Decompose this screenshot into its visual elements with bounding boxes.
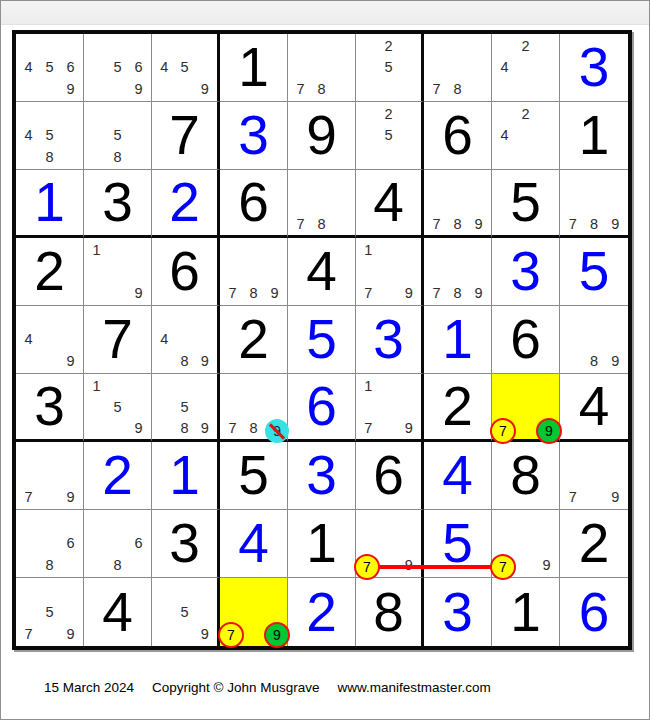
candidate-4: 4 [18,125,39,147]
cell-r2c1[interactable]: 458 [16,102,84,170]
candidate-grid: 4569 [18,35,81,100]
given-digit: 1 [560,102,628,169]
chain-link-line [367,565,503,569]
solved-digit: 2 [152,170,217,235]
candidate-grid: 569 [86,35,149,100]
solved-digit: 6 [288,374,355,439]
cell-r3c2[interactable]: 3 [84,170,152,238]
cell-r8c3[interactable]: 3 [152,510,220,578]
given-digit: 6 [220,170,287,235]
puzzle-page: 4569569459178257824345858739256241132678… [0,0,650,720]
candidate-5: 5 [174,57,194,79]
solved-digit: 4 [424,442,491,509]
candidate-grid: 78 [290,171,353,234]
solved-digit: 1 [16,170,83,235]
candidate-8: 8 [39,554,60,576]
cell-r3c4[interactable]: 6 [220,170,288,238]
given-digit: 1 [220,34,287,101]
candidate-9: 9 [60,623,81,645]
given-digit: 4 [288,238,355,305]
cell-r4c3[interactable]: 6 [152,238,220,306]
solved-digit: 3 [424,578,491,646]
candidate-grid: 579 [18,579,81,645]
footer: 15 March 2024 Copyright © John Musgrave … [44,680,491,695]
candidate-7: 7 [222,417,243,438]
candidate-9: 9 [195,623,215,645]
candidate-grid: 58 [86,103,149,168]
candidate-9: 9 [60,350,81,372]
cell-r4c2[interactable]: 19 [84,238,152,306]
solved-digit: 3 [288,442,355,509]
candidate-7: 7 [358,282,378,304]
given-digit: 2 [220,306,287,373]
cell-r2c3[interactable]: 7 [152,102,220,170]
candidate-4: 4 [494,57,515,79]
given-digit: 2 [560,510,628,577]
solved-digit: 4 [220,510,287,577]
given-digit: 2 [16,238,83,305]
cell-r3c5[interactable]: 78 [288,170,356,238]
cell-r1c1[interactable]: 4569 [16,34,84,102]
solved-digit: 1 [152,442,217,509]
candidate-6: 6 [128,57,149,79]
candidate-1: 1 [358,375,378,396]
candidate-9: 9 [468,282,489,304]
candidate-8: 8 [174,417,194,438]
candidate-grid: 179 [358,239,419,304]
candidate-5: 5 [107,396,128,417]
candidate-8: 8 [174,350,194,372]
cell-r3c7[interactable]: 789 [424,170,492,238]
cell-r9c7[interactable]: 3 [424,578,492,646]
cell-r9c8[interactable]: 1 [492,578,560,646]
cell-r1c2[interactable]: 569 [84,34,152,102]
given-digit: 3 [152,510,217,577]
solved-digit: 6 [560,578,628,646]
given-digit: 4 [84,578,151,646]
candidate-8: 8 [447,78,468,100]
candidate-grid: 789 [426,239,489,304]
candidate-6: 6 [60,57,81,79]
candidate-grid: 78 [426,35,489,100]
cell-r5c5[interactable]: 5 [288,306,356,374]
candidate-7: 7 [18,486,39,508]
candidate-2: 2 [378,103,398,125]
cell-r2c5[interactable]: 9 [288,102,356,170]
candidate-9: 9 [195,417,215,438]
candidate-4: 4 [18,57,39,79]
candidate-8: 8 [107,554,128,576]
candidate-circle-yellow: 7 [490,554,516,580]
candidate-grid: 79 [562,443,626,508]
cell-r3c8[interactable]: 5 [492,170,560,238]
candidate-grid: 68 [86,511,149,576]
cell-r4c6[interactable]: 179 [356,238,424,306]
cell-r4c9[interactable]: 5 [560,238,628,306]
cell-r9c2[interactable]: 4 [84,578,152,646]
given-digit: 6 [492,306,559,373]
candidate-grid: 49 [18,307,81,372]
candidate-2: 2 [515,103,536,125]
cell-r1c6[interactable]: 25 [356,34,424,102]
given-digit: 6 [356,442,421,509]
solved-digit: 3 [560,34,628,101]
candidate-circle-green: 9 [536,418,562,444]
cell-r7c1[interactable]: 79 [16,442,84,510]
candidate-circle-yellow: 7 [490,418,516,444]
cell-r4c4[interactable]: 789 [220,238,288,306]
solved-digit: 5 [560,238,628,305]
candidate-7: 7 [358,417,378,438]
cell-r9c5[interactable]: 2 [288,578,356,646]
candidate-4: 4 [18,329,39,351]
candidate-8: 8 [447,282,468,304]
cell-r7c7[interactable]: 4 [424,442,492,510]
candidate-9: 9 [60,78,81,100]
cell-r1c4[interactable]: 1 [220,34,288,102]
candidate-5: 5 [107,125,128,147]
cell-r5c1[interactable]: 49 [16,306,84,374]
candidate-grid: 25 [358,103,419,168]
given-digit: 3 [16,374,83,439]
cell-r9c9[interactable]: 6 [560,578,628,646]
cell-r7c2[interactable]: 2 [84,442,152,510]
elimination-slash-icon [269,423,285,439]
candidate-grid: 489 [154,307,215,372]
given-digit: 8 [356,578,421,646]
candidate-9: 9 [399,417,419,438]
given-digit: 4 [560,374,628,439]
cell-r2c9[interactable]: 1 [560,102,628,170]
footer-website: www.manifestmaster.com [338,680,491,695]
solved-digit: 3 [356,306,421,373]
given-digit: 2 [424,374,491,439]
cell-r3c1[interactable]: 1 [16,170,84,238]
cell-r4c5[interactable]: 4 [288,238,356,306]
cell-r7c9[interactable]: 79 [560,442,628,510]
candidate-5: 5 [39,57,60,79]
candidate-4: 4 [154,329,174,351]
candidate-9: 9 [605,486,626,508]
candidate-grid: 458 [18,103,81,168]
cell-r5c2[interactable]: 7 [84,306,152,374]
given-digit: 6 [152,238,217,305]
given-digit: 1 [288,510,355,577]
given-digit: 1 [492,578,559,646]
candidate-1: 1 [86,375,107,396]
cell-r7c3[interactable]: 1 [152,442,220,510]
candidate-circle-green: 9 [264,622,290,648]
cell-r1c7[interactable]: 78 [424,34,492,102]
solved-digit: 3 [220,102,287,169]
given-digit: 7 [152,102,217,169]
candidate-2: 2 [378,35,398,57]
candidate-1: 1 [86,239,107,261]
given-digit: 3 [84,170,151,235]
cell-r5c3[interactable]: 489 [152,306,220,374]
cell-r9c3[interactable]: 59 [152,578,220,646]
candidate-9: 9 [195,350,215,372]
candidate-9: 9 [128,417,149,438]
window-toolbar [1,1,649,25]
candidate-grid: 19 [86,239,149,304]
candidate-grid: 24 [494,35,557,100]
candidate-5: 5 [39,125,60,147]
candidate-8: 8 [107,146,128,168]
candidate-8: 8 [311,213,332,234]
cell-r6c6[interactable]: 179 [356,374,424,442]
cell-r8c9[interactable]: 2 [560,510,628,578]
candidate-6: 6 [60,533,81,555]
candidate-9: 9 [128,282,149,304]
cell-r5c4[interactable]: 2 [220,306,288,374]
candidate-7: 7 [290,78,311,100]
candidate-1: 1 [358,239,378,261]
given-digit: 6 [424,102,491,169]
candidate-grid: 789 [222,239,285,304]
cell-r7c6[interactable]: 6 [356,442,424,510]
cell-r5c9[interactable]: 89 [560,306,628,374]
candidate-9: 9 [536,554,557,576]
candidate-9: 9 [60,486,81,508]
candidate-8: 8 [311,78,332,100]
cell-r2c2[interactable]: 58 [84,102,152,170]
candidate-grid: 459 [154,35,215,100]
cell-r2c7[interactable]: 6 [424,102,492,170]
candidate-8: 8 [447,213,468,234]
cell-r3c6[interactable]: 4 [356,170,424,238]
solved-digit: 1 [424,306,491,373]
cell-r6c5[interactable]: 6 [288,374,356,442]
cell-r2c4[interactable]: 3 [220,102,288,170]
cell-r7c4[interactable]: 5 [220,442,288,510]
cell-r4c8[interactable]: 3 [492,238,560,306]
candidate-9: 9 [468,213,489,234]
candidate-6: 6 [128,533,149,555]
candidate-7: 7 [562,486,583,508]
candidate-5: 5 [39,601,60,623]
candidate-8: 8 [39,146,60,168]
candidate-4: 4 [494,125,515,147]
cell-r5c7[interactable]: 1 [424,306,492,374]
solved-digit: 2 [84,442,151,509]
cell-r8c2[interactable]: 68 [84,510,152,578]
cell-r6c7[interactable]: 2 [424,374,492,442]
footer-copyright: Copyright © John Musgrave [152,680,320,695]
candidate-grid: 789 [562,171,626,234]
candidate-7: 7 [426,78,447,100]
cell-r3c3[interactable]: 2 [152,170,220,238]
candidate-9: 9 [195,78,215,100]
solved-digit: 3 [492,238,559,305]
solved-digit: 5 [288,306,355,373]
candidate-8: 8 [243,417,264,438]
candidate-circle-yellow: 7 [218,622,244,648]
cell-r4c1[interactable]: 2 [16,238,84,306]
candidate-grid: 159 [86,375,149,438]
cell-r9c1[interactable]: 579 [16,578,84,646]
candidate-grid: 25 [358,35,419,100]
cell-r1c5[interactable]: 78 [288,34,356,102]
candidate-5: 5 [107,57,128,79]
candidate-7: 7 [562,213,583,234]
cell-r7c5[interactable]: 3 [288,442,356,510]
cell-r2c6[interactable]: 25 [356,102,424,170]
given-digit: 5 [492,170,559,235]
candidate-5: 5 [174,396,194,417]
sudoku-board: 4569569459178257824345858739256241132678… [12,30,632,650]
cell-r8c5[interactable]: 1 [288,510,356,578]
candidate-8: 8 [243,282,264,304]
given-digit: 8 [492,442,559,509]
given-digit: 5 [220,442,287,509]
candidate-grid: 89 [562,307,626,372]
candidate-grid: 59 [154,579,215,645]
candidate-2: 2 [515,35,536,57]
candidate-5: 5 [378,57,398,79]
candidate-8: 8 [583,350,604,372]
candidate-9: 9 [128,78,149,100]
given-digit: 4 [356,170,421,235]
cell-r9c6[interactable]: 8 [356,578,424,646]
cell-r7c8[interactable]: 8 [492,442,560,510]
candidate-7: 7 [290,213,311,234]
cell-r6c1[interactable]: 3 [16,374,84,442]
given-digit: 7 [84,306,151,373]
candidate-8: 8 [583,213,604,234]
candidate-grid: 78 [290,35,353,100]
cell-r6c3[interactable]: 589 [152,374,220,442]
candidate-9: 9 [264,282,285,304]
elimination-mark: 9 [265,419,289,443]
cell-r1c9[interactable]: 3 [560,34,628,102]
candidate-grid: 589 [154,375,215,438]
cell-r1c3[interactable]: 459 [152,34,220,102]
candidate-9: 9 [605,213,626,234]
candidate-grid: 789 [426,171,489,234]
cell-r8c4[interactable]: 4 [220,510,288,578]
candidate-9: 9 [399,282,419,304]
cell-r3c9[interactable]: 789 [560,170,628,238]
candidate-5: 5 [378,125,398,147]
candidate-7: 7 [426,213,447,234]
cell-r6c9[interactable]: 4 [560,374,628,442]
candidate-grid: 24 [494,103,557,168]
candidate-5: 5 [174,601,194,623]
candidate-9: 9 [605,350,626,372]
candidate-grid: 68 [18,511,81,576]
cell-r4c7[interactable]: 789 [424,238,492,306]
cell-r1c8[interactable]: 24 [492,34,560,102]
cell-r5c8[interactable]: 6 [492,306,560,374]
candidate-grid: 179 [358,375,419,438]
footer-date: 15 March 2024 [44,680,134,695]
cell-r6c2[interactable]: 159 [84,374,152,442]
candidate-grid: 79 [18,443,81,508]
cell-r5c6[interactable]: 3 [356,306,424,374]
candidate-7: 7 [222,282,243,304]
candidate-4: 4 [154,57,174,79]
candidate-circle-yellow: 7 [354,554,380,580]
candidate-7: 7 [426,282,447,304]
cell-r8c1[interactable]: 68 [16,510,84,578]
given-digit: 9 [288,102,355,169]
candidate-7: 7 [18,623,39,645]
cell-r2c8[interactable]: 24 [492,102,560,170]
solved-digit: 2 [288,578,355,646]
